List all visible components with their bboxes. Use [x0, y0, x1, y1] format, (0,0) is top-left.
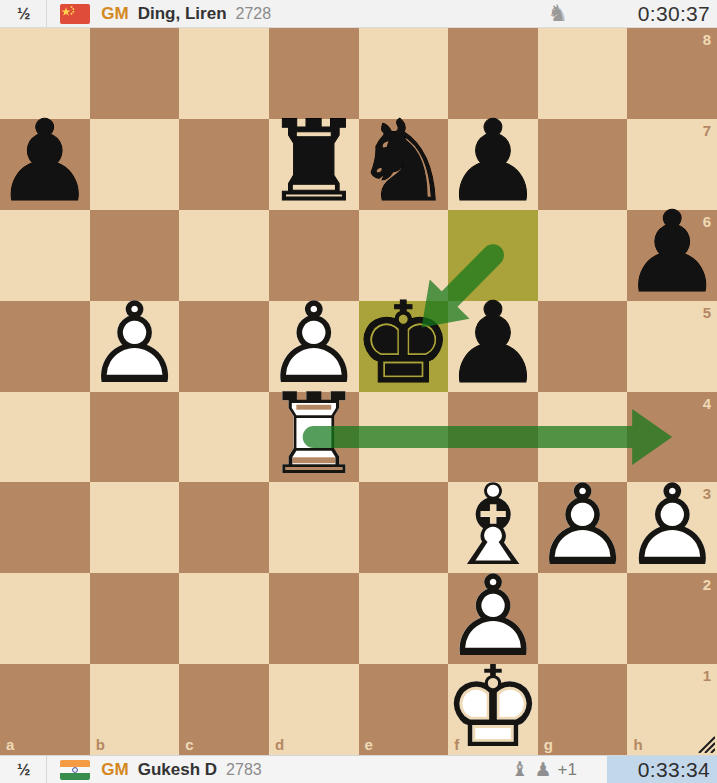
rank-label-3: 3	[703, 486, 711, 501]
square-e6[interactable]	[359, 210, 449, 301]
square-f7[interactable]	[448, 119, 538, 210]
square-c6[interactable]	[179, 210, 269, 301]
square-b6[interactable]	[90, 210, 180, 301]
square-c5[interactable]	[179, 301, 269, 392]
top-player-rating: 2728	[236, 5, 272, 23]
board-resize-handle[interactable]	[695, 733, 715, 753]
file-label-a: a	[6, 737, 14, 752]
top-player-title: GM	[101, 4, 128, 24]
square-f2[interactable]	[448, 573, 538, 664]
resize-grip-icon	[695, 733, 715, 753]
square-g7[interactable]	[538, 119, 628, 210]
square-a4[interactable]	[0, 392, 90, 483]
bottom-player-score: ½	[0, 761, 46, 779]
square-a6[interactable]	[0, 210, 90, 301]
square-g8[interactable]	[538, 28, 628, 119]
square-g2[interactable]	[538, 573, 628, 664]
square-e8[interactable]	[359, 28, 449, 119]
india-flag-icon	[60, 760, 90, 780]
square-c2[interactable]	[179, 573, 269, 664]
square-b1[interactable]: b	[90, 664, 180, 755]
square-d5[interactable]	[269, 301, 359, 392]
square-a7[interactable]	[0, 119, 90, 210]
square-e2[interactable]	[359, 573, 449, 664]
square-g6[interactable]	[538, 210, 628, 301]
knight-icon: ♞	[547, 2, 568, 25]
square-f8[interactable]	[448, 28, 538, 119]
square-a5[interactable]	[0, 301, 90, 392]
china-flag-icon	[60, 4, 90, 24]
top-player-clock: 0:30:37	[610, 2, 717, 26]
file-label-g: g	[544, 737, 553, 752]
bottom-player-title: GM	[101, 760, 128, 780]
square-g5[interactable]	[538, 301, 628, 392]
square-b2[interactable]	[90, 573, 180, 664]
file-label-e: e	[365, 737, 373, 752]
rank-label-2: 2	[703, 577, 711, 592]
square-h7[interactable]: 7	[627, 119, 717, 210]
player-bar-bottom: ½ GM Gukesh D 2783 ♝♟ +1 0:33:34	[0, 755, 717, 783]
square-d8[interactable]	[269, 28, 359, 119]
bottom-player-clock: 0:33:34	[607, 756, 717, 783]
square-h8[interactable]: 8	[627, 28, 717, 119]
rank-label-1: 1	[703, 668, 711, 683]
square-c7[interactable]	[179, 119, 269, 210]
square-c3[interactable]	[179, 482, 269, 573]
square-e5[interactable]	[359, 301, 449, 392]
file-label-b: b	[96, 737, 105, 752]
square-e1[interactable]: e	[359, 664, 449, 755]
square-b8[interactable]	[90, 28, 180, 119]
square-h2[interactable]: 2	[627, 573, 717, 664]
square-a2[interactable]	[0, 573, 90, 664]
square-d4[interactable]	[269, 392, 359, 483]
square-a1[interactable]: a	[0, 664, 90, 755]
square-a3[interactable]	[0, 482, 90, 573]
square-b5[interactable]	[90, 301, 180, 392]
square-h4[interactable]: 4	[627, 392, 717, 483]
file-label-f: f	[454, 737, 459, 752]
square-g3[interactable]	[538, 482, 628, 573]
file-label-h: h	[633, 737, 642, 752]
bottom-player-rating: 2783	[226, 761, 262, 779]
square-h6[interactable]: 6	[627, 210, 717, 301]
square-e7[interactable]	[359, 119, 449, 210]
square-c1[interactable]: c	[179, 664, 269, 755]
square-h3[interactable]: 3	[627, 482, 717, 573]
square-f1[interactable]: f	[448, 664, 538, 755]
square-d7[interactable]	[269, 119, 359, 210]
square-d1[interactable]: d	[269, 664, 359, 755]
top-player-score: ½	[0, 5, 46, 23]
file-label-d: d	[275, 737, 284, 752]
bottom-player-name: Gukesh D	[138, 760, 217, 780]
square-h5[interactable]: 5	[627, 301, 717, 392]
square-d2[interactable]	[269, 573, 359, 664]
top-player-name: Ding, Liren	[138, 4, 227, 24]
square-f3[interactable]	[448, 482, 538, 573]
square-g4[interactable]	[538, 392, 628, 483]
square-c4[interactable]	[179, 392, 269, 483]
divider	[46, 756, 47, 783]
rank-label-8: 8	[703, 32, 711, 47]
square-d3[interactable]	[269, 482, 359, 573]
square-a8[interactable]	[0, 28, 90, 119]
captured-bishop-icon: ♝	[511, 757, 529, 781]
file-label-c: c	[185, 737, 193, 752]
rank-label-4: 4	[703, 396, 711, 411]
player-bar-top: ½ GM Ding, Liren 2728 ♞ 0:30:37	[0, 0, 717, 28]
square-b3[interactable]	[90, 482, 180, 573]
rank-label-6: 6	[703, 214, 711, 229]
captured-pieces: ♝♟	[511, 759, 558, 780]
board-squares[interactable]: 8765432abcdefgh1	[0, 28, 717, 755]
square-f5[interactable]	[448, 301, 538, 392]
square-b7[interactable]	[90, 119, 180, 210]
square-b4[interactable]	[90, 392, 180, 483]
divider	[46, 0, 47, 27]
rank-label-5: 5	[703, 305, 711, 320]
square-c8[interactable]	[179, 28, 269, 119]
captured-pawn-icon: ♟	[535, 758, 552, 780]
square-f6[interactable]	[448, 210, 538, 301]
square-f4[interactable]	[448, 392, 538, 483]
square-e3[interactable]	[359, 482, 449, 573]
rank-label-7: 7	[703, 123, 711, 138]
square-e4[interactable]	[359, 392, 449, 483]
square-g1[interactable]: g	[538, 664, 628, 755]
chess-board[interactable]: 8765432abcdefgh1 ♟♜♞♟♟♟♙♟♙♚♟♜♖♝♗♟♙♟♙♟♙♚♔	[0, 28, 717, 755]
square-d6[interactable]	[269, 210, 359, 301]
material-advantage: +1	[558, 760, 577, 780]
